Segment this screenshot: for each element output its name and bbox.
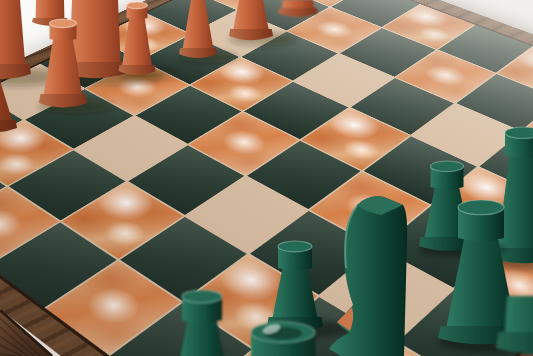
board-grid — [0, 0, 533, 356]
chess-board — [0, 0, 533, 356]
terracotta-back-rook — [32, 0, 68, 26]
chess-photo-scene — [0, 0, 533, 356]
